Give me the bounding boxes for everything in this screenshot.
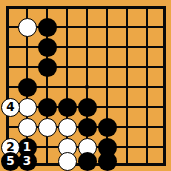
- go-board[interactable]: 42153: [0, 0, 171, 171]
- move-number: 4: [6, 101, 14, 113]
- white-stone: [38, 118, 57, 137]
- black-stone: [78, 152, 97, 171]
- white-stone: 4: [1, 98, 20, 117]
- white-stone: [18, 18, 37, 37]
- white-stone: [18, 118, 37, 137]
- black-stone: [38, 98, 57, 117]
- black-stone: [38, 58, 57, 77]
- black-stone: [98, 118, 117, 137]
- black-stone: [98, 152, 117, 171]
- white-stone: [58, 152, 77, 171]
- go-diagram: 42153: [0, 0, 171, 171]
- move-number: 5: [6, 155, 14, 167]
- black-stone: [78, 98, 97, 117]
- black-stone: [78, 118, 97, 137]
- black-stone: [58, 98, 77, 117]
- white-stone: [18, 98, 37, 117]
- black-stone: [38, 18, 57, 37]
- black-stone: [18, 78, 37, 97]
- black-stone: 3: [18, 152, 37, 171]
- move-number: 3: [23, 155, 31, 167]
- white-stone: [58, 118, 77, 137]
- black-stone: [38, 38, 57, 57]
